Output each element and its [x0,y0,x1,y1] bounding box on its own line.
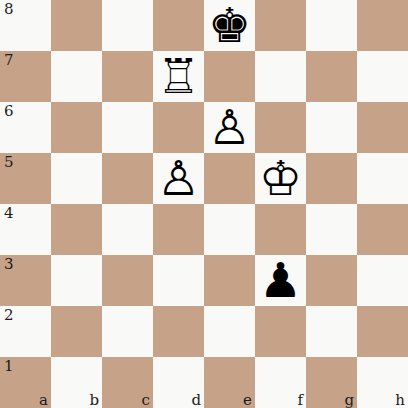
square-d2[interactable] [153,306,204,357]
square-b1[interactable]: b [51,357,102,408]
rank-label-1: 1 [4,359,14,374]
file-label-h: h [395,393,405,408]
square-f1[interactable]: f [255,357,306,408]
square-a7[interactable]: 7 [0,51,51,102]
square-g7[interactable] [306,51,357,102]
rank-label-3: 3 [4,257,14,272]
square-g2[interactable] [306,306,357,357]
square-g5[interactable] [306,153,357,204]
square-f8[interactable] [255,0,306,51]
file-label-a: a [39,393,48,408]
square-e7[interactable] [204,51,255,102]
square-e4[interactable] [204,204,255,255]
file-label-b: b [89,393,99,408]
black-king-glyph: ♚ [204,0,255,51]
square-a3[interactable]: 3 [0,255,51,306]
square-h7[interactable] [357,51,408,102]
square-d6[interactable] [153,102,204,153]
square-a4[interactable]: 4 [0,204,51,255]
square-d7[interactable]: ♜♖ [153,51,204,102]
white-pawn-icon[interactable]: ♟♙ [204,102,255,153]
square-c6[interactable] [102,102,153,153]
black-pawn-icon[interactable]: ♟ [255,255,306,306]
square-c8[interactable] [102,0,153,51]
square-e1[interactable]: e [204,357,255,408]
square-g8[interactable] [306,0,357,51]
square-d3[interactable] [153,255,204,306]
square-f4[interactable] [255,204,306,255]
white-pawn-icon[interactable]: ♟♙ [153,153,204,204]
square-f6[interactable] [255,102,306,153]
square-h5[interactable] [357,153,408,204]
square-d4[interactable] [153,204,204,255]
square-c7[interactable] [102,51,153,102]
square-e5[interactable] [204,153,255,204]
square-f2[interactable] [255,306,306,357]
square-d5[interactable]: ♟♙ [153,153,204,204]
square-g3[interactable] [306,255,357,306]
file-label-g: g [344,393,354,408]
black-king-icon[interactable]: ♚ [204,0,255,51]
rank-label-4: 4 [4,206,14,221]
square-h6[interactable] [357,102,408,153]
square-h4[interactable] [357,204,408,255]
square-b3[interactable] [51,255,102,306]
white-rook-glyph: ♖ [153,51,204,102]
rank-label-8: 8 [4,2,14,17]
square-e8[interactable]: ♚ [204,0,255,51]
square-e3[interactable] [204,255,255,306]
square-a8[interactable]: 8 [0,0,51,51]
square-c2[interactable] [102,306,153,357]
square-h3[interactable] [357,255,408,306]
square-g6[interactable] [306,102,357,153]
square-g1[interactable]: g [306,357,357,408]
square-b6[interactable] [51,102,102,153]
white-pawn-glyph: ♙ [204,102,255,153]
square-e2[interactable] [204,306,255,357]
white-king-glyph: ♔ [255,153,306,204]
square-b8[interactable] [51,0,102,51]
square-a6[interactable]: 6 [0,102,51,153]
file-label-e: e [243,393,252,408]
chess-board: 8♚7♜♖6♟♙5♟♙♚♔43♟21abcdefgh [0,0,408,408]
square-h2[interactable] [357,306,408,357]
white-king-icon[interactable]: ♚♔ [255,153,306,204]
square-h1[interactable]: h [357,357,408,408]
square-f3[interactable]: ♟ [255,255,306,306]
square-d1[interactable]: d [153,357,204,408]
white-rook-icon[interactable]: ♜♖ [153,51,204,102]
rank-label-6: 6 [4,104,14,119]
rank-label-7: 7 [4,53,14,68]
square-c1[interactable]: c [102,357,153,408]
square-f5[interactable]: ♚♔ [255,153,306,204]
square-a5[interactable]: 5 [0,153,51,204]
square-a2[interactable]: 2 [0,306,51,357]
file-label-c: c [142,393,150,408]
square-c4[interactable] [102,204,153,255]
square-e6[interactable]: ♟♙ [204,102,255,153]
square-b5[interactable] [51,153,102,204]
square-b4[interactable] [51,204,102,255]
square-c3[interactable] [102,255,153,306]
square-b7[interactable] [51,51,102,102]
black-pawn-glyph: ♟ [255,255,306,306]
rank-label-2: 2 [4,308,14,323]
square-a1[interactable]: 1a [0,357,51,408]
square-f7[interactable] [255,51,306,102]
square-b2[interactable] [51,306,102,357]
rank-label-5: 5 [4,155,14,170]
square-d8[interactable] [153,0,204,51]
file-label-d: d [191,393,201,408]
square-c5[interactable] [102,153,153,204]
square-h8[interactable] [357,0,408,51]
file-label-f: f [297,393,303,408]
square-g4[interactable] [306,204,357,255]
white-pawn-glyph: ♙ [153,153,204,204]
